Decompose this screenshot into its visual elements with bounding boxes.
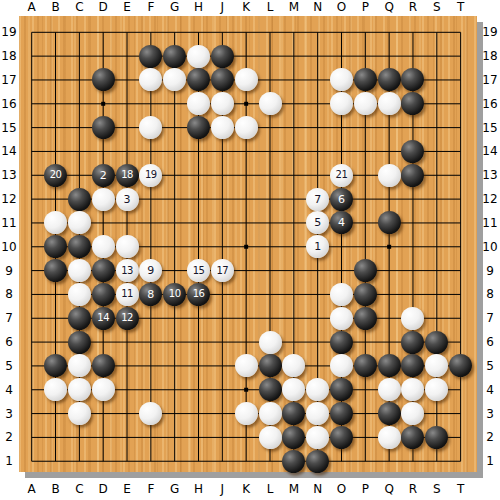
stone-S5[interactable] bbox=[425, 354, 448, 377]
col-label-top-Q: Q bbox=[384, 1, 393, 13]
stone-J15[interactable] bbox=[211, 116, 234, 139]
stone-J9[interactable]: 17 bbox=[211, 259, 234, 282]
stone-C9[interactable] bbox=[68, 259, 91, 282]
stone-O3[interactable] bbox=[330, 402, 353, 425]
col-label-top-H: H bbox=[194, 1, 203, 13]
col-label-top-G: G bbox=[170, 1, 179, 13]
col-label-bottom-T: T bbox=[457, 483, 464, 495]
stone-B13[interactable]: 20 bbox=[44, 164, 67, 187]
stone-H9[interactable]: 15 bbox=[187, 259, 210, 282]
move-number-15: 15 bbox=[193, 266, 205, 276]
stone-D9[interactable] bbox=[92, 259, 115, 282]
col-label-top-C: C bbox=[75, 1, 83, 13]
stone-G17[interactable] bbox=[163, 68, 186, 91]
stone-Q2[interactable] bbox=[378, 426, 401, 449]
col-label-top-T: T bbox=[457, 1, 464, 13]
col-label-bottom-C: C bbox=[75, 483, 83, 495]
stone-M4[interactable] bbox=[282, 378, 305, 401]
col-label-bottom-L: L bbox=[267, 483, 274, 495]
stone-S6[interactable] bbox=[425, 331, 448, 354]
row-label-left-4: 4 bbox=[5, 384, 13, 396]
row-label-right-7: 7 bbox=[486, 312, 494, 324]
stone-P16[interactable] bbox=[354, 92, 377, 115]
goban[interactable]: 202181921376541139151711810161412 bbox=[19, 16, 477, 472]
col-label-bottom-O: O bbox=[337, 483, 346, 495]
stone-J17[interactable] bbox=[211, 68, 234, 91]
stone-L4[interactable] bbox=[259, 378, 282, 401]
stone-P7[interactable] bbox=[354, 307, 377, 330]
stone-R5[interactable] bbox=[401, 354, 424, 377]
stone-Q17[interactable] bbox=[378, 68, 401, 91]
stone-H15[interactable] bbox=[187, 116, 210, 139]
stone-H17[interactable] bbox=[187, 68, 210, 91]
row-label-right-17: 17 bbox=[482, 74, 497, 86]
stone-N12[interactable]: 7 bbox=[306, 188, 329, 211]
col-label-top-R: R bbox=[409, 1, 417, 13]
move-number-6: 6 bbox=[338, 194, 345, 205]
row-label-right-9: 9 bbox=[486, 265, 494, 277]
stone-C12[interactable] bbox=[68, 188, 91, 211]
stone-N11[interactable]: 5 bbox=[306, 211, 329, 234]
col-label-top-J: J bbox=[221, 1, 225, 13]
row-label-left-13: 13 bbox=[1, 169, 16, 181]
stone-B11[interactable] bbox=[44, 211, 67, 234]
stone-O12[interactable]: 6 bbox=[330, 188, 353, 211]
stone-P9[interactable] bbox=[354, 259, 377, 282]
stone-L3[interactable] bbox=[259, 402, 282, 425]
stone-O17[interactable] bbox=[330, 68, 353, 91]
stone-F8[interactable]: 8 bbox=[139, 283, 162, 306]
stone-D7[interactable]: 14 bbox=[92, 307, 115, 330]
stone-B5[interactable] bbox=[44, 354, 67, 377]
stone-Q11[interactable] bbox=[378, 211, 401, 234]
stone-C4[interactable] bbox=[68, 378, 91, 401]
move-number-5: 5 bbox=[314, 217, 321, 228]
stone-K15[interactable] bbox=[235, 116, 258, 139]
stone-L2[interactable] bbox=[259, 426, 282, 449]
col-label-top-F: F bbox=[147, 1, 154, 13]
row-label-left-18: 18 bbox=[1, 50, 16, 62]
move-number-21: 21 bbox=[336, 170, 348, 180]
col-label-bottom-G: G bbox=[170, 483, 179, 495]
row-label-left-8: 8 bbox=[5, 288, 13, 300]
stone-O2[interactable] bbox=[330, 426, 353, 449]
move-number-4: 4 bbox=[338, 217, 345, 228]
stone-Q13[interactable] bbox=[378, 164, 401, 187]
col-label-bottom-H: H bbox=[194, 483, 203, 495]
row-label-left-10: 10 bbox=[1, 241, 16, 253]
col-label-top-K: K bbox=[242, 1, 250, 13]
col-label-top-D: D bbox=[99, 1, 108, 13]
row-label-left-11: 11 bbox=[1, 217, 16, 229]
col-label-top-A: A bbox=[28, 1, 36, 13]
row-label-left-2: 2 bbox=[5, 431, 13, 443]
move-number-1: 1 bbox=[314, 241, 321, 252]
move-number-9: 9 bbox=[147, 265, 154, 276]
stone-N4[interactable] bbox=[306, 378, 329, 401]
stone-B4[interactable] bbox=[44, 378, 67, 401]
stone-O7[interactable] bbox=[330, 307, 353, 330]
stone-L6[interactable] bbox=[259, 331, 282, 354]
stone-G8[interactable]: 10 bbox=[163, 283, 186, 306]
stone-E8[interactable]: 11 bbox=[116, 283, 139, 306]
row-label-right-14: 14 bbox=[482, 145, 497, 157]
col-label-bottom-F: F bbox=[147, 483, 154, 495]
row-label-left-12: 12 bbox=[1, 193, 16, 205]
stone-L16[interactable] bbox=[259, 92, 282, 115]
stone-R16[interactable] bbox=[401, 92, 424, 115]
stone-E12[interactable]: 3 bbox=[116, 188, 139, 211]
stone-D13[interactable]: 2 bbox=[92, 164, 115, 187]
move-number-14: 14 bbox=[97, 313, 109, 323]
stone-O5[interactable] bbox=[330, 354, 353, 377]
row-label-left-17: 17 bbox=[1, 74, 16, 86]
stone-G18[interactable] bbox=[163, 45, 186, 68]
stone-R2[interactable] bbox=[401, 426, 424, 449]
move-number-17: 17 bbox=[216, 266, 228, 276]
col-label-top-N: N bbox=[313, 1, 322, 13]
stone-P17[interactable] bbox=[354, 68, 377, 91]
stone-C3[interactable] bbox=[68, 402, 91, 425]
col-label-bottom-R: R bbox=[409, 483, 417, 495]
stone-T5[interactable] bbox=[449, 354, 472, 377]
stone-F18[interactable] bbox=[139, 45, 162, 68]
row-label-left-9: 9 bbox=[5, 265, 13, 277]
move-number-16: 16 bbox=[193, 289, 205, 299]
move-number-10: 10 bbox=[169, 289, 181, 299]
stone-R3[interactable] bbox=[401, 402, 424, 425]
stone-R6[interactable] bbox=[401, 331, 424, 354]
row-label-left-5: 5 bbox=[5, 360, 13, 372]
stone-N1[interactable] bbox=[306, 450, 329, 473]
stone-R4[interactable] bbox=[401, 378, 424, 401]
stone-D10[interactable] bbox=[92, 235, 115, 258]
move-number-7: 7 bbox=[314, 194, 321, 205]
row-label-right-8: 8 bbox=[486, 288, 494, 300]
stone-D12[interactable] bbox=[92, 188, 115, 211]
stone-R14[interactable] bbox=[401, 140, 424, 163]
stone-D17[interactable] bbox=[92, 68, 115, 91]
stone-M1[interactable] bbox=[282, 450, 305, 473]
col-label-bottom-K: K bbox=[242, 483, 250, 495]
stone-C11[interactable] bbox=[68, 211, 91, 234]
col-label-bottom-N: N bbox=[313, 483, 322, 495]
stone-B10[interactable] bbox=[44, 235, 67, 258]
col-label-bottom-D: D bbox=[99, 483, 108, 495]
col-label-top-S: S bbox=[433, 1, 441, 13]
col-label-bottom-J: J bbox=[221, 483, 225, 495]
row-label-right-15: 15 bbox=[482, 122, 497, 134]
stone-F3[interactable] bbox=[139, 402, 162, 425]
stone-E7[interactable]: 12 bbox=[116, 307, 139, 330]
row-label-right-19: 19 bbox=[482, 26, 497, 38]
move-number-13: 13 bbox=[121, 266, 133, 276]
row-label-right-16: 16 bbox=[482, 98, 497, 110]
move-number-19: 19 bbox=[145, 170, 157, 180]
row-label-left-15: 15 bbox=[1, 122, 16, 134]
stone-H8[interactable]: 16 bbox=[187, 283, 210, 306]
move-number-18: 18 bbox=[121, 170, 133, 180]
col-label-top-L: L bbox=[267, 1, 274, 13]
stone-Q5[interactable] bbox=[378, 354, 401, 377]
stone-C7[interactable] bbox=[68, 307, 91, 330]
stone-R13[interactable] bbox=[401, 164, 424, 187]
stone-C8[interactable] bbox=[68, 283, 91, 306]
stone-D8[interactable] bbox=[92, 283, 115, 306]
col-label-top-P: P bbox=[362, 1, 369, 13]
stone-N3[interactable] bbox=[306, 402, 329, 425]
stone-H18[interactable] bbox=[187, 45, 210, 68]
stone-K3[interactable] bbox=[235, 402, 258, 425]
row-label-right-5: 5 bbox=[486, 360, 494, 372]
col-label-bottom-S: S bbox=[433, 483, 441, 495]
col-label-top-E: E bbox=[123, 1, 131, 13]
row-label-right-12: 12 bbox=[482, 193, 497, 205]
col-label-bottom-E: E bbox=[123, 483, 131, 495]
stone-C6[interactable] bbox=[68, 331, 91, 354]
col-label-top-M: M bbox=[289, 1, 299, 13]
stone-E9[interactable]: 13 bbox=[116, 259, 139, 282]
row-label-right-10: 10 bbox=[482, 241, 497, 253]
stone-Q16[interactable] bbox=[378, 92, 401, 115]
stone-Q3[interactable] bbox=[378, 402, 401, 425]
stone-D4[interactable] bbox=[92, 378, 115, 401]
stone-K17[interactable] bbox=[235, 68, 258, 91]
stone-N2[interactable] bbox=[306, 426, 329, 449]
stone-O16[interactable] bbox=[330, 92, 353, 115]
col-label-bottom-A: A bbox=[28, 483, 36, 495]
row-label-left-3: 3 bbox=[5, 408, 13, 420]
stone-C10[interactable] bbox=[68, 235, 91, 258]
row-label-right-18: 18 bbox=[482, 50, 497, 62]
row-label-right-1: 1 bbox=[486, 455, 494, 467]
move-number-12: 12 bbox=[121, 313, 133, 323]
row-label-left-7: 7 bbox=[5, 312, 13, 324]
stone-J18[interactable] bbox=[211, 45, 234, 68]
row-label-right-13: 13 bbox=[482, 169, 497, 181]
col-label-bottom-B: B bbox=[51, 483, 59, 495]
row-label-left-1: 1 bbox=[5, 455, 13, 467]
stone-E10[interactable] bbox=[116, 235, 139, 258]
stone-F17[interactable] bbox=[139, 68, 162, 91]
stone-Q4[interactable] bbox=[378, 378, 401, 401]
row-label-left-6: 6 bbox=[5, 336, 13, 348]
row-label-right-3: 3 bbox=[486, 408, 494, 420]
stone-D5[interactable] bbox=[92, 354, 115, 377]
move-number-2: 2 bbox=[100, 170, 107, 181]
stones-layer: 202181921376541139151711810161412 bbox=[19, 16, 477, 472]
stone-H16[interactable] bbox=[187, 92, 210, 115]
move-number-8: 8 bbox=[147, 289, 154, 300]
stone-O6[interactable] bbox=[330, 331, 353, 354]
stone-D15[interactable] bbox=[92, 116, 115, 139]
stone-F15[interactable] bbox=[139, 116, 162, 139]
stone-R17[interactable] bbox=[401, 68, 424, 91]
stone-S4[interactable] bbox=[425, 378, 448, 401]
move-number-3: 3 bbox=[124, 194, 131, 205]
stone-K5[interactable] bbox=[235, 354, 258, 377]
row-label-right-11: 11 bbox=[482, 217, 497, 229]
row-label-left-19: 19 bbox=[1, 26, 16, 38]
stone-L5[interactable] bbox=[259, 354, 282, 377]
move-number-11: 11 bbox=[121, 289, 133, 299]
stone-M5[interactable] bbox=[282, 354, 305, 377]
row-label-left-16: 16 bbox=[1, 98, 16, 110]
col-label-bottom-Q: Q bbox=[384, 483, 393, 495]
stone-S2[interactable] bbox=[425, 426, 448, 449]
row-label-right-2: 2 bbox=[486, 431, 494, 443]
stone-O11[interactable]: 4 bbox=[330, 211, 353, 234]
stone-R7[interactable] bbox=[401, 307, 424, 330]
stone-M2[interactable] bbox=[282, 426, 305, 449]
col-label-top-O: O bbox=[337, 1, 346, 13]
col-label-bottom-P: P bbox=[362, 483, 369, 495]
stone-J16[interactable] bbox=[211, 92, 234, 115]
stone-O8[interactable] bbox=[330, 283, 353, 306]
stone-P5[interactable] bbox=[354, 354, 377, 377]
row-label-right-6: 6 bbox=[486, 336, 494, 348]
col-label-top-B: B bbox=[51, 1, 59, 13]
stone-F9[interactable]: 9 bbox=[139, 259, 162, 282]
stone-E13[interactable]: 18 bbox=[116, 164, 139, 187]
stone-B9[interactable] bbox=[44, 259, 67, 282]
move-number-20: 20 bbox=[50, 170, 62, 180]
stone-F13[interactable]: 19 bbox=[139, 164, 162, 187]
stone-C5[interactable] bbox=[68, 354, 91, 377]
stone-O4[interactable] bbox=[330, 378, 353, 401]
row-label-right-4: 4 bbox=[486, 384, 494, 396]
col-label-bottom-M: M bbox=[289, 483, 299, 495]
stone-M3[interactable] bbox=[282, 402, 305, 425]
stone-N10[interactable]: 1 bbox=[306, 235, 329, 258]
stone-O13[interactable]: 21 bbox=[330, 164, 353, 187]
row-label-left-14: 14 bbox=[1, 145, 16, 157]
stone-P8[interactable] bbox=[354, 283, 377, 306]
